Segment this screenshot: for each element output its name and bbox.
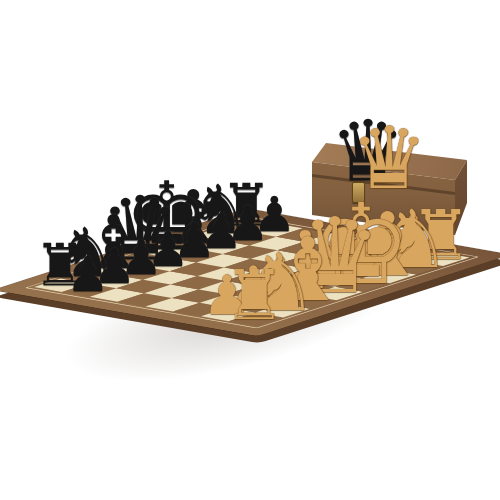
piece-black-pawn-a7[interactable]: ♟ <box>66 250 109 298</box>
chess-set-photo: ♜♞♝♛♚♝♞♜♟♟♟♟♟♟♟♟♟♟♟♟♟♟♟♟♜♞♝♛♚♝♞♜♛♛ <box>0 0 500 500</box>
piece-white-rook-a1[interactable]: ♜ <box>224 261 285 330</box>
